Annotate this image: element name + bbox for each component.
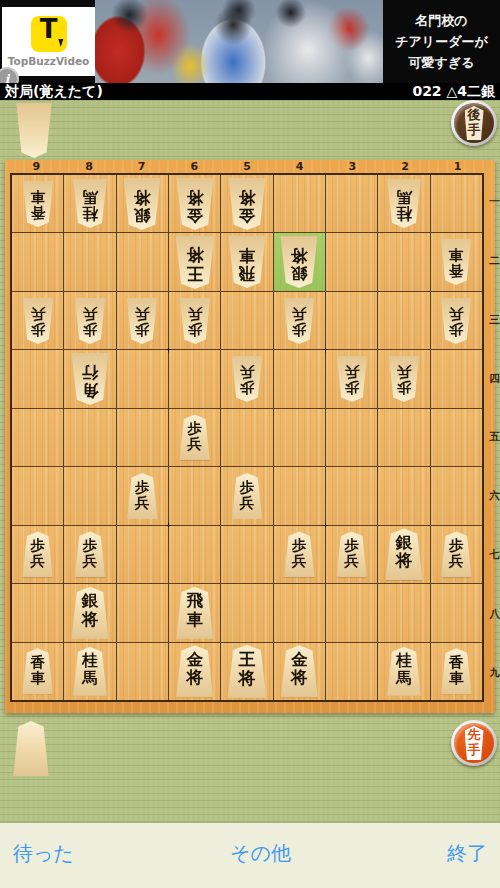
piece-kanji: 行 (82, 362, 99, 380)
piece-kanji: 兵 (30, 305, 45, 321)
piece-kanji: 銀 (134, 206, 151, 224)
square-7-3[interactable]: 歩兵 (117, 292, 168, 349)
piece-kanji: 将 (82, 611, 99, 629)
piece-kanji: 車 (30, 670, 45, 686)
square-3-1[interactable] (326, 175, 377, 232)
square-3-2[interactable] (326, 233, 377, 290)
piece-kanji: 兵 (449, 553, 464, 569)
piece-kanji: 将 (291, 669, 308, 687)
piece-king-gote[interactable]: 王将 (172, 236, 218, 289)
square-5-3[interactable] (221, 292, 272, 349)
piece-kanji: 馬 (82, 188, 98, 205)
piece-kanji: 桂 (82, 652, 98, 669)
square-9-6[interactable] (12, 467, 63, 524)
piece-pawn-gote[interactable]: 歩兵 (177, 298, 213, 344)
piece-silver-sente[interactable]: 銀将 (68, 587, 112, 639)
square-4-6[interactable] (274, 467, 325, 524)
square-2-3[interactable] (378, 292, 429, 349)
square-6-6[interactable] (169, 467, 220, 524)
sente-badge-label: 先手 (465, 726, 484, 760)
square-5-4[interactable]: 歩兵 (221, 350, 272, 407)
badge-kanji: 後 (468, 108, 481, 123)
piece-knight-sente[interactable]: 桂馬 (70, 647, 110, 696)
square-5-6[interactable]: 歩兵 (221, 467, 272, 524)
piece-knight-gote[interactable]: 桂馬 (384, 179, 424, 228)
piece-kanji: 兵 (240, 364, 255, 380)
ad-text-panel[interactable]: 名門校の チアリーダーが 可愛すぎる (383, 0, 500, 83)
file-label-8: 8 (63, 160, 116, 173)
square-4-4[interactable] (274, 350, 325, 407)
rank-labels: 一二三四五六七八九 (489, 173, 500, 702)
piece-kanji: 馬 (82, 670, 98, 687)
piece-pawn-sente[interactable]: 歩兵 (20, 531, 56, 577)
board-grid: 香車桂馬銀将金将金将桂馬王将飛車銀将香車歩兵歩兵歩兵歩兵歩兵歩兵角行歩兵歩兵歩兵… (10, 173, 484, 702)
piece-pawn-sente[interactable]: 歩兵 (124, 473, 160, 519)
square-3-9[interactable] (326, 643, 377, 700)
piece-kanji: 兵 (292, 553, 307, 569)
square-1-8[interactable] (431, 584, 482, 641)
ad-banner[interactable]: TopBuzzVideo i 名門校の チアリーダーが 可愛すぎる (0, 0, 500, 83)
piece-kanji: 兵 (83, 553, 98, 569)
square-4-3[interactable]: 歩兵 (274, 292, 325, 349)
piece-kanji: 歩 (83, 537, 98, 553)
badge-kanji: 手 (468, 743, 481, 758)
file-label-5: 5 (221, 160, 274, 173)
piece-kanji: 歩 (397, 380, 412, 396)
rank-label-5: 五 (489, 408, 500, 467)
square-8-3[interactable]: 歩兵 (64, 292, 115, 349)
piece-kanji: 兵 (135, 495, 150, 511)
file-label-2: 2 (379, 160, 432, 173)
ad-logo-text: TopBuzzVideo (8, 55, 90, 67)
square-3-4[interactable]: 歩兵 (326, 350, 377, 407)
piece-kanji: 歩 (449, 322, 464, 338)
piece-kanji: 桂 (396, 652, 412, 669)
square-2-4[interactable]: 歩兵 (378, 350, 429, 407)
square-7-8[interactable] (117, 584, 168, 641)
badge-kanji: 手 (468, 123, 481, 138)
piece-kanji: 歩 (344, 380, 359, 396)
piece-kanji: 桂 (82, 205, 98, 222)
square-2-9[interactable]: 桂馬 (378, 643, 429, 700)
piece-kanji: 車 (449, 670, 464, 686)
square-7-1[interactable]: 銀将 (117, 175, 168, 232)
piece-kanji: 歩 (30, 322, 45, 338)
rank-label-1: 一 (489, 173, 500, 232)
gote-player-badge: 後手 (451, 100, 497, 146)
square-1-3[interactable]: 歩兵 (431, 292, 482, 349)
sente-badge-inner: 先手 (454, 723, 494, 763)
piece-kanji: 車 (30, 189, 45, 205)
square-6-7[interactable] (169, 526, 220, 583)
last-move-indicator: 022 △4二銀 (412, 83, 495, 101)
square-8-8[interactable]: 銀将 (64, 584, 115, 641)
piece-pawn-sente[interactable]: 歩兵 (229, 473, 265, 519)
square-9-5[interactable] (12, 409, 63, 466)
square-3-6[interactable] (326, 467, 377, 524)
piece-kanji: 車 (449, 247, 464, 263)
square-7-4[interactable] (117, 350, 168, 407)
piece-kanji: 歩 (344, 537, 359, 553)
square-9-3[interactable]: 歩兵 (12, 292, 63, 349)
piece-kanji: 歩 (292, 537, 307, 553)
piece-kanji: 歩 (135, 322, 150, 338)
ad-logo-panel[interactable]: TopBuzzVideo i (2, 7, 95, 76)
piece-kanji: 歩 (135, 479, 150, 495)
square-4-7[interactable]: 歩兵 (274, 526, 325, 583)
piece-kanji: 兵 (292, 305, 307, 321)
gote-badge-inner: 後手 (454, 103, 494, 143)
rank-label-6: 六 (489, 467, 500, 526)
piece-kanji: 将 (396, 552, 413, 570)
square-7-5[interactable] (117, 409, 168, 466)
piece-kanji: 銀 (82, 592, 99, 610)
piece-silver-sente[interactable]: 銀将 (382, 528, 426, 580)
badge-kanji: 先 (468, 728, 481, 743)
piece-pawn-gote[interactable]: 歩兵 (72, 298, 108, 344)
piece-kanji: 金 (239, 206, 256, 224)
square-1-7[interactable]: 歩兵 (431, 526, 482, 583)
piece-knight-gote[interactable]: 桂馬 (70, 179, 110, 228)
square-5-7[interactable] (221, 526, 272, 583)
square-6-9[interactable]: 金将 (169, 643, 220, 700)
square-4-8[interactable] (274, 584, 325, 641)
file-labels: 987654321 (10, 160, 484, 173)
piece-kanji: 歩 (30, 537, 45, 553)
undo-button[interactable]: 待った (13, 840, 74, 867)
rank-label-4: 四 (489, 349, 500, 408)
topbuzz-logo-icon (31, 16, 67, 52)
piece-kanji: 金 (186, 651, 203, 669)
piece-pawn-sente[interactable]: 歩兵 (334, 531, 370, 577)
square-2-7[interactable]: 銀将 (378, 526, 429, 583)
piece-kanji: 将 (238, 669, 255, 688)
rank-label-9: 九 (489, 643, 500, 702)
piece-pawn-sente[interactable]: 歩兵 (438, 531, 474, 577)
square-3-8[interactable] (326, 584, 377, 641)
square-8-6[interactable] (64, 467, 115, 524)
piece-pawn-sente[interactable]: 歩兵 (72, 531, 108, 577)
square-5-9[interactable]: 王将 (221, 643, 272, 700)
square-1-5[interactable] (431, 409, 482, 466)
file-label-7: 7 (115, 160, 168, 173)
piece-kanji: 兵 (135, 305, 150, 321)
square-7-2[interactable] (117, 233, 168, 290)
piece-kanji: 馬 (396, 670, 412, 687)
piece-kanji: 将 (186, 187, 203, 205)
piece-lance-gote[interactable]: 香車 (438, 239, 474, 285)
file-label-6: 6 (168, 160, 221, 173)
square-1-4[interactable] (431, 350, 482, 407)
piece-pawn-sente[interactable]: 歩兵 (281, 531, 317, 577)
piece-pawn-gote[interactable]: 歩兵 (438, 298, 474, 344)
square-2-1[interactable]: 桂馬 (378, 175, 429, 232)
square-7-7[interactable] (117, 526, 168, 583)
ad-text-line: 可愛すぎる (409, 54, 475, 72)
status-bar: 対局(覚えたて) 022 △4二銀 (0, 83, 500, 100)
piece-pawn-sente[interactable]: 歩兵 (177, 414, 213, 460)
rank-label-3: 三 (489, 291, 500, 350)
piece-kanji: 将 (134, 187, 151, 205)
piece-kanji: 銀 (291, 264, 308, 282)
piece-knight-sente[interactable]: 桂馬 (384, 647, 424, 696)
square-6-3[interactable]: 歩兵 (169, 292, 220, 349)
square-8-7[interactable]: 歩兵 (64, 526, 115, 583)
piece-kanji: 金 (291, 651, 308, 669)
piece-rook-gote[interactable]: 飛車 (225, 236, 269, 288)
piece-kanji: 車 (239, 246, 256, 264)
piece-kanji: 歩 (292, 322, 307, 338)
square-5-2[interactable]: 飛車 (221, 233, 272, 290)
rank-label-2: 二 (489, 232, 500, 291)
square-8-2[interactable] (64, 233, 115, 290)
square-1-6[interactable] (431, 467, 482, 524)
square-1-9[interactable]: 香車 (431, 643, 482, 700)
square-8-4[interactable]: 角行 (64, 350, 115, 407)
square-4-1[interactable] (274, 175, 325, 232)
square-3-3[interactable] (326, 292, 377, 349)
ad-photo[interactable] (95, 0, 383, 83)
piece-kanji: 歩 (83, 322, 98, 338)
square-5-1[interactable]: 金将 (221, 175, 272, 232)
square-8-5[interactable] (64, 409, 115, 466)
piece-pawn-gote[interactable]: 歩兵 (334, 356, 370, 402)
piece-gold-gote[interactable]: 金将 (173, 178, 217, 230)
square-4-2[interactable]: 銀将 (274, 233, 325, 290)
piece-gold-sente[interactable]: 金将 (277, 645, 321, 697)
square-4-9[interactable]: 金将 (274, 643, 325, 700)
file-label-4: 4 (273, 160, 326, 173)
square-4-5[interactable] (274, 409, 325, 466)
shogi-board: 987654321 一二三四五六七八九 香車桂馬銀将金将金将桂馬王将飛車銀将香車… (5, 160, 495, 713)
piece-kanji: 香 (30, 654, 45, 670)
square-2-8[interactable] (378, 584, 429, 641)
piece-kanji: 将 (186, 245, 203, 264)
piece-pawn-gote[interactable]: 歩兵 (386, 356, 422, 402)
ad-text-line: 名門校の (415, 12, 467, 30)
piece-kanji: 飛 (239, 264, 256, 282)
piece-pawn-gote[interactable]: 歩兵 (229, 356, 265, 402)
piece-kanji: 将 (291, 246, 308, 264)
piece-kanji: 歩 (240, 380, 255, 396)
square-1-1[interactable] (431, 175, 482, 232)
piece-kanji: 将 (239, 187, 256, 205)
piece-kanji: 香 (449, 263, 464, 279)
piece-kanji: 兵 (240, 495, 255, 511)
piece-kanji: 飛 (186, 592, 203, 610)
piece-kanji: 歩 (449, 537, 464, 553)
file-label-1: 1 (431, 160, 484, 173)
square-9-2[interactable] (12, 233, 63, 290)
ad-text-line: チアリーダーが (395, 33, 488, 51)
piece-kanji: 香 (30, 205, 45, 221)
piece-lance-sente[interactable]: 香車 (438, 648, 474, 694)
square-9-7[interactable]: 歩兵 (12, 526, 63, 583)
square-5-5[interactable] (221, 409, 272, 466)
square-8-1[interactable]: 桂馬 (64, 175, 115, 232)
square-6-4[interactable] (169, 350, 220, 407)
square-8-9[interactable]: 桂馬 (64, 643, 115, 700)
piece-kanji: 歩 (187, 420, 202, 436)
piece-king-sente[interactable]: 王将 (224, 645, 270, 698)
square-5-8[interactable] (221, 584, 272, 641)
file-label-3: 3 (326, 160, 379, 173)
piece-kanji: 角 (82, 381, 99, 399)
piece-kanji: 香 (449, 654, 464, 670)
square-2-6[interactable] (378, 467, 429, 524)
piece-gold-gote[interactable]: 金将 (225, 178, 269, 230)
bottom-toolbar: 待った その他 終了 (0, 822, 500, 888)
piece-kanji: 兵 (344, 553, 359, 569)
gote-badge-label: 後手 (465, 106, 484, 140)
piece-kanji: 兵 (187, 305, 202, 321)
quit-button[interactable]: 終了 (447, 840, 487, 867)
piece-kanji: 兵 (187, 436, 202, 452)
square-6-5[interactable]: 歩兵 (169, 409, 220, 466)
piece-kanji: 王 (238, 650, 255, 669)
piece-kanji: 王 (186, 264, 203, 283)
square-6-1[interactable]: 金将 (169, 175, 220, 232)
piece-lance-sente[interactable]: 香車 (20, 648, 56, 694)
piece-kanji: 兵 (449, 305, 464, 321)
square-9-9[interactable]: 香車 (12, 643, 63, 700)
piece-kanji: 馬 (396, 188, 412, 205)
piece-pawn-gote[interactable]: 歩兵 (124, 298, 160, 344)
square-7-9[interactable] (117, 643, 168, 700)
piece-kanji: 歩 (240, 479, 255, 495)
piece-pawn-gote[interactable]: 歩兵 (281, 298, 317, 344)
square-7-6[interactable]: 歩兵 (117, 467, 168, 524)
piece-pawn-gote[interactable]: 歩兵 (20, 298, 56, 344)
piece-silver-gote[interactable]: 銀将 (277, 236, 321, 288)
piece-bishop-gote[interactable]: 角行 (68, 353, 112, 405)
square-9-4[interactable] (12, 350, 63, 407)
square-3-7[interactable]: 歩兵 (326, 526, 377, 583)
piece-kanji: 兵 (30, 553, 45, 569)
square-6-2[interactable]: 王将 (169, 233, 220, 290)
piece-kanji: 将 (186, 669, 203, 687)
piece-rook-sente[interactable]: 飛車 (173, 587, 217, 639)
piece-kanji: 車 (186, 611, 203, 629)
other-button[interactable]: その他 (230, 840, 291, 867)
square-9-8[interactable] (12, 584, 63, 641)
piece-gold-sente[interactable]: 金将 (173, 645, 217, 697)
piece-lance-gote[interactable]: 香車 (20, 181, 56, 227)
piece-kanji: 桂 (396, 205, 412, 222)
rank-label-7: 七 (489, 526, 500, 585)
piece-kanji: 歩 (187, 322, 202, 338)
piece-kanji: 金 (186, 206, 203, 224)
rank-label-8: 八 (489, 584, 500, 643)
square-2-2[interactable] (378, 233, 429, 290)
file-label-9: 9 (10, 160, 63, 173)
game-mode-title: 対局(覚えたて) (5, 83, 103, 101)
square-1-2[interactable]: 香車 (431, 233, 482, 290)
square-9-1[interactable]: 香車 (12, 175, 63, 232)
piece-silver-gote[interactable]: 銀将 (120, 178, 164, 230)
square-3-5[interactable] (326, 409, 377, 466)
sente-player-badge: 先手 (451, 720, 497, 766)
piece-kanji: 兵 (83, 305, 98, 321)
piece-kanji: 兵 (397, 364, 412, 380)
square-2-5[interactable] (378, 409, 429, 466)
square-6-8[interactable]: 飛車 (169, 584, 220, 641)
piece-kanji: 兵 (344, 364, 359, 380)
piece-kanji: 銀 (396, 534, 413, 552)
